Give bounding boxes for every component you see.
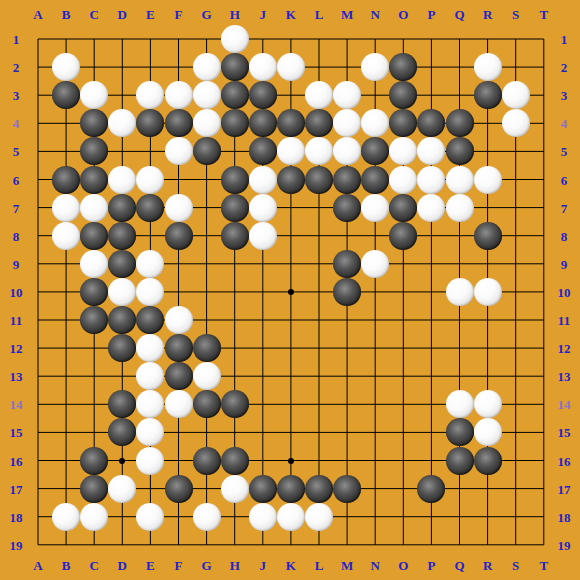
stone-black-q15 [446,418,474,446]
row-left-label-19: 19 [10,538,23,551]
col-bottom-label-r: R [483,559,492,572]
stone-white-f5 [165,137,193,165]
stone-black-d15 [108,418,136,446]
stone-black-m6 [333,166,361,194]
stone-white-o5 [389,137,417,165]
stone-white-l18 [305,503,333,531]
stone-black-d9 [108,250,136,278]
stone-black-j17 [249,475,277,503]
stone-white-n7 [361,194,389,222]
stone-white-e16 [136,447,164,475]
col-top-label-k: K [286,8,296,21]
col-top-label-c: C [89,8,98,21]
stone-black-k4 [277,109,305,137]
stone-black-h16 [221,447,249,475]
stone-white-j2 [249,53,277,81]
stone-white-e9 [136,250,164,278]
col-bottom-label-b: B [62,559,71,572]
stone-black-k17 [277,475,305,503]
col-bottom-label-s: S [512,559,519,572]
stone-white-n2 [361,53,389,81]
stone-black-h7 [221,194,249,222]
stone-white-j7 [249,194,277,222]
col-top-label-q: Q [454,8,464,21]
stone-black-m9 [333,250,361,278]
stone-black-j4 [249,109,277,137]
row-right-label-3: 3 [561,89,568,102]
row-right-label-12: 12 [558,342,571,355]
stone-white-n4 [361,109,389,137]
stone-white-b8 [52,222,80,250]
stone-black-o2 [389,53,417,81]
stone-white-e12 [136,334,164,362]
col-bottom-label-q: Q [454,559,464,572]
col-bottom-label-t: T [539,559,548,572]
stone-white-s4 [502,109,530,137]
stone-black-e11 [136,306,164,334]
stone-white-p7 [417,194,445,222]
stone-white-d17 [108,475,136,503]
stone-white-q14 [446,390,474,418]
col-bottom-label-d: D [118,559,127,572]
stone-black-k6 [277,166,305,194]
stone-black-q16 [446,447,474,475]
stone-white-o6 [389,166,417,194]
stone-black-h14 [221,390,249,418]
stone-black-r8 [474,222,502,250]
stone-white-m4 [333,109,361,137]
stone-black-d7 [108,194,136,222]
stone-black-f13 [165,362,193,390]
row-left-label-7: 7 [13,201,20,214]
row-left-label-6: 6 [13,173,20,186]
stone-white-c18 [80,503,108,531]
stone-black-o4 [389,109,417,137]
stone-white-f14 [165,390,193,418]
stone-black-h4 [221,109,249,137]
stone-white-k18 [277,503,305,531]
col-top-label-o: O [398,8,408,21]
col-top-label-b: B [62,8,71,21]
stone-white-j8 [249,222,277,250]
row-left-label-10: 10 [10,285,23,298]
stone-white-r15 [474,418,502,446]
row-left-label-16: 16 [10,454,23,467]
stone-black-c10 [80,278,108,306]
stone-white-q10 [446,278,474,306]
stone-white-e10 [136,278,164,306]
stone-black-j3 [249,81,277,109]
stone-black-o8 [389,222,417,250]
stone-black-f4 [165,109,193,137]
col-bottom-label-a: A [33,559,42,572]
stone-black-p17 [417,475,445,503]
col-top-label-f: F [175,8,183,21]
stone-white-j6 [249,166,277,194]
stone-white-r10 [474,278,502,306]
stone-black-j5 [249,137,277,165]
row-left-label-17: 17 [10,482,23,495]
stone-white-c3 [80,81,108,109]
stone-black-q5 [446,137,474,165]
stone-white-b18 [52,503,80,531]
stone-black-f12 [165,334,193,362]
star-point-k10 [288,289,294,295]
stone-black-r16 [474,447,502,475]
stone-white-k2 [277,53,305,81]
stone-white-l3 [305,81,333,109]
row-left-label-4: 4 [13,117,20,130]
stone-black-c11 [80,306,108,334]
col-bottom-label-o: O [398,559,408,572]
col-bottom-label-l: L [315,559,324,572]
stone-white-h1 [221,25,249,53]
row-right-label-10: 10 [558,285,571,298]
stone-white-h17 [221,475,249,503]
row-left-label-2: 2 [13,61,20,74]
col-bottom-label-c: C [89,559,98,572]
row-left-label-5: 5 [13,145,20,158]
col-bottom-label-k: K [286,559,296,572]
stone-white-g13 [193,362,221,390]
stone-black-d8 [108,222,136,250]
row-right-label-17: 17 [558,482,571,495]
stone-white-f11 [165,306,193,334]
stone-black-h3 [221,81,249,109]
row-left-label-14: 14 [10,398,23,411]
row-left-label-18: 18 [10,510,23,523]
stone-black-p4 [417,109,445,137]
stone-black-m10 [333,278,361,306]
col-bottom-label-f: F [175,559,183,572]
row-right-label-7: 7 [561,201,568,214]
col-bottom-label-p: P [427,559,435,572]
stone-white-g18 [193,503,221,531]
stone-white-f3 [165,81,193,109]
row-left-label-3: 3 [13,89,20,102]
stone-black-m17 [333,475,361,503]
row-left-label-15: 15 [10,426,23,439]
stone-white-e15 [136,418,164,446]
stone-white-r6 [474,166,502,194]
stone-black-f8 [165,222,193,250]
row-right-label-14: 14 [558,398,571,411]
col-top-label-p: P [427,8,435,21]
row-right-label-15: 15 [558,426,571,439]
row-right-label-18: 18 [558,510,571,523]
stone-black-l6 [305,166,333,194]
row-right-label-5: 5 [561,145,568,158]
stone-black-h8 [221,222,249,250]
stone-white-m3 [333,81,361,109]
row-left-label-9: 9 [13,257,20,270]
stone-black-l17 [305,475,333,503]
stone-black-d12 [108,334,136,362]
row-right-label-16: 16 [558,454,571,467]
row-left-label-1: 1 [13,33,20,46]
stone-black-c8 [80,222,108,250]
stone-black-o3 [389,81,417,109]
stone-white-r2 [474,53,502,81]
stone-black-h6 [221,166,249,194]
col-top-label-n: N [370,8,379,21]
stone-white-e18 [136,503,164,531]
stone-white-r14 [474,390,502,418]
col-bottom-label-m: M [341,559,353,572]
stone-white-k5 [277,137,305,165]
star-point-k16 [288,458,294,464]
stone-black-n6 [361,166,389,194]
star-point-d16 [119,458,125,464]
row-right-label-13: 13 [558,370,571,383]
row-left-label-12: 12 [10,342,23,355]
stone-black-c6 [80,166,108,194]
stone-white-p5 [417,137,445,165]
stone-white-j18 [249,503,277,531]
go-board[interactable]: AABBCCDDEEFFGGHHJJKKLLMMNNOOPPQQRRSSTT11… [0,0,580,580]
col-top-label-d: D [118,8,127,21]
stone-white-e6 [136,166,164,194]
stone-black-d14 [108,390,136,418]
stone-white-p6 [417,166,445,194]
row-right-label-19: 19 [558,538,571,551]
stone-white-q7 [446,194,474,222]
col-top-label-j: J [260,8,267,21]
stone-white-g4 [193,109,221,137]
stone-black-b3 [52,81,80,109]
stone-white-d4 [108,109,136,137]
col-top-label-m: M [341,8,353,21]
col-bottom-label-g: G [202,559,212,572]
col-top-label-h: H [230,8,240,21]
stone-white-c9 [80,250,108,278]
stone-white-b2 [52,53,80,81]
stone-white-e3 [136,81,164,109]
row-right-label-4: 4 [561,117,568,130]
stone-black-o7 [389,194,417,222]
stone-black-c4 [80,109,108,137]
stone-white-d10 [108,278,136,306]
stone-black-n5 [361,137,389,165]
stone-black-e4 [136,109,164,137]
stone-black-h2 [221,53,249,81]
stone-white-c7 [80,194,108,222]
row-right-label-2: 2 [561,61,568,74]
stone-white-q6 [446,166,474,194]
row-left-label-8: 8 [13,229,20,242]
row-left-label-11: 11 [10,314,22,327]
col-top-label-s: S [512,8,519,21]
stone-white-d6 [108,166,136,194]
stone-white-m5 [333,137,361,165]
stone-white-n9 [361,250,389,278]
row-right-label-9: 9 [561,257,568,270]
stone-black-g16 [193,447,221,475]
stone-black-r3 [474,81,502,109]
stone-white-g2 [193,53,221,81]
col-bottom-label-j: J [260,559,267,572]
stone-black-f17 [165,475,193,503]
col-top-label-t: T [539,8,548,21]
stone-white-l5 [305,137,333,165]
stone-white-e13 [136,362,164,390]
stone-black-b6 [52,166,80,194]
stone-black-d11 [108,306,136,334]
col-top-label-a: A [33,8,42,21]
stone-white-e14 [136,390,164,418]
stone-black-c5 [80,137,108,165]
stone-black-e7 [136,194,164,222]
row-right-label-6: 6 [561,173,568,186]
col-bottom-label-h: H [230,559,240,572]
stone-black-g5 [193,137,221,165]
stone-black-g14 [193,390,221,418]
col-bottom-label-n: N [370,559,379,572]
row-right-label-1: 1 [561,33,568,46]
col-top-label-g: G [202,8,212,21]
row-right-label-8: 8 [561,229,568,242]
row-right-label-11: 11 [558,314,570,327]
stone-black-q4 [446,109,474,137]
row-left-label-13: 13 [10,370,23,383]
col-top-label-l: L [315,8,324,21]
stone-white-s3 [502,81,530,109]
stone-black-m7 [333,194,361,222]
stone-black-g12 [193,334,221,362]
stone-white-f7 [165,194,193,222]
col-top-label-r: R [483,8,492,21]
col-top-label-e: E [146,8,155,21]
stone-black-c17 [80,475,108,503]
col-bottom-label-e: E [146,559,155,572]
stone-white-g3 [193,81,221,109]
stone-white-b7 [52,194,80,222]
stone-black-l4 [305,109,333,137]
stone-black-c16 [80,447,108,475]
